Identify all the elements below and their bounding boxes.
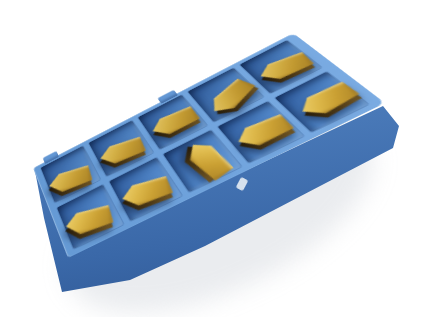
carbide-insert	[293, 80, 366, 123]
carbide-insert	[177, 137, 235, 186]
insert-box-photo	[0, 0, 423, 317]
carbide-insert	[121, 175, 176, 213]
carbide-insert	[232, 113, 299, 155]
carbide-insert	[66, 204, 115, 241]
